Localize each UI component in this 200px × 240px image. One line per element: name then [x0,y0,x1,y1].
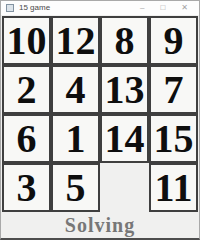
tile-14[interactable]: 14 [100,114,149,163]
minimize-button-icon[interactable]: – [140,1,144,15]
tile-5[interactable]: 5 [51,163,100,212]
status-label: Solving [65,214,135,237]
puzzle-board: 10 12 8 9 2 4 13 7 6 1 14 15 3 5 11 [1,15,199,212]
tile-6[interactable]: 6 [2,114,51,163]
tile-8[interactable]: 8 [100,16,149,65]
tile-7[interactable]: 7 [149,65,198,114]
tile-1[interactable]: 1 [51,114,100,163]
status-bar: Solving [1,212,199,238]
tile-4[interactable]: 4 [51,65,100,114]
window-controls: – □ ✕ [140,1,194,15]
close-button-icon[interactable]: ✕ [181,1,188,15]
app-window: 15 game – □ ✕ 10 12 8 9 2 4 13 7 6 1 14 … [0,0,200,240]
tile-3[interactable]: 3 [2,163,51,212]
tile-9[interactable]: 9 [149,16,198,65]
tile-13[interactable]: 13 [100,65,149,114]
tile-15[interactable]: 15 [149,114,198,163]
tile-10[interactable]: 10 [2,16,51,65]
tile-12[interactable]: 12 [51,16,100,65]
tile-11[interactable]: 11 [149,163,198,212]
empty-cell [100,163,149,212]
tile-2[interactable]: 2 [2,65,51,114]
maximize-button-icon[interactable]: □ [160,1,165,15]
window-title: 15 game [19,1,50,15]
app-icon [6,4,14,12]
title-bar: 15 game – □ ✕ [1,1,199,15]
